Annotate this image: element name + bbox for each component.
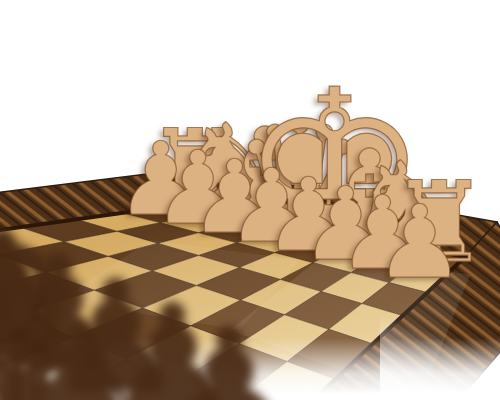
piece-white-knight[interactable]: ♞	[0, 300, 178, 400]
chess-photo-stage: ♜♞♝♛♚♝♞♜♟♟♟♟♟♟♟♟♟♟♟♟♟♟♚♝♞	[0, 0, 500, 400]
piece-white-pawn[interactable]: ♟	[160, 309, 299, 400]
piece-black-pawn[interactable]: ♟	[374, 192, 465, 293]
